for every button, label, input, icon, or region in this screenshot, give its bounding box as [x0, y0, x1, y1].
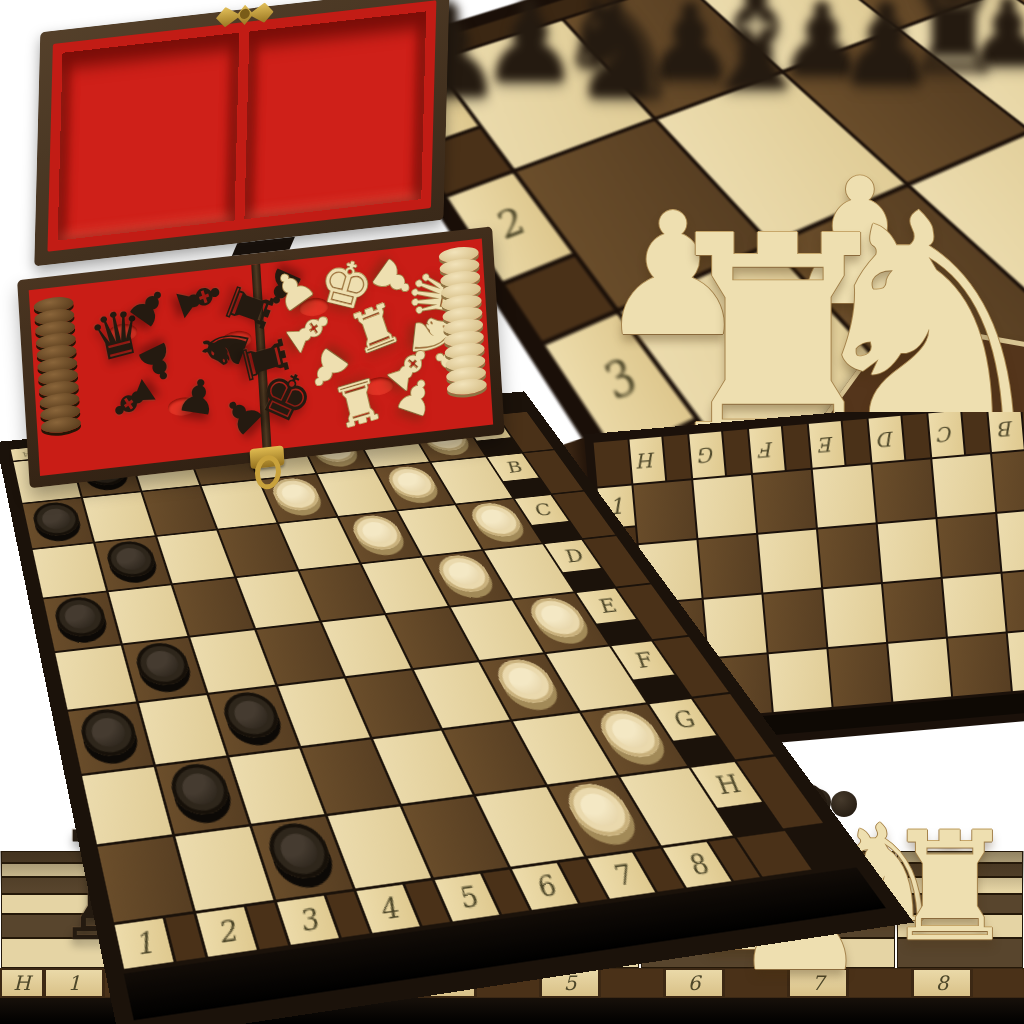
- letter-label: F: [759, 439, 775, 460]
- square: [763, 589, 826, 652]
- letter-label: G: [698, 444, 716, 465]
- square: [997, 509, 1024, 572]
- storage-box: ♛♟♝♜♟♞♟♜♝♟♚♟ ♟♚♟♛♝♜♞♟♝♟♜♟: [0, 0, 519, 492]
- square: [68, 704, 153, 774]
- letter-label: C: [938, 423, 955, 444]
- rank-label: H: [708, 771, 745, 797]
- file-label: 5: [452, 882, 482, 912]
- letter-label: E: [818, 434, 834, 455]
- black-checker: [166, 761, 235, 818]
- square: [818, 524, 881, 587]
- square: [23, 498, 93, 548]
- square: [883, 579, 946, 642]
- black-checker: [132, 641, 194, 688]
- black-checker: [103, 539, 159, 579]
- spacer: [723, 429, 751, 475]
- letter-label: D: [878, 429, 896, 450]
- square: [769, 649, 832, 712]
- letter-plaque: B: [988, 412, 1024, 452]
- square: [823, 584, 886, 647]
- corner: [594, 440, 632, 487]
- rank-label: E: [592, 596, 620, 616]
- square: [932, 454, 995, 517]
- box-lid: [34, 0, 449, 266]
- square: [83, 492, 155, 541]
- white-checker: [465, 501, 528, 538]
- product-collage: ♛♟♝♜♟♞♟♜♝♟♚♟ ♟♚♟♛♝♜♞♟♝♟♜♟ 12345678 ♟♟♞♟♝…: [0, 0, 1024, 1024]
- lid-felt-lining: [47, 0, 436, 252]
- file-label: 3: [294, 905, 321, 936]
- spacer: [902, 414, 930, 460]
- black-checker: [30, 501, 82, 538]
- light-checkers-stack: [434, 239, 493, 430]
- square: [1003, 568, 1024, 631]
- white-checker: [432, 553, 497, 594]
- letter-plaque: E: [809, 421, 845, 468]
- square: [948, 633, 1011, 696]
- file-label: 8: [681, 850, 714, 879]
- square: [758, 530, 821, 593]
- square: [828, 644, 891, 707]
- square: [943, 574, 1006, 637]
- letter-plaque: D: [869, 416, 905, 463]
- file-label: 2: [213, 916, 239, 947]
- square: [813, 465, 876, 528]
- square: [1008, 628, 1024, 691]
- square: [698, 535, 761, 598]
- square: [873, 459, 936, 522]
- lid-compartment-right: [244, 11, 426, 219]
- spacer: [843, 419, 871, 465]
- rank-label: D: [559, 547, 587, 565]
- piece-light-rook: ♜: [883, 812, 1017, 962]
- spacer: [783, 424, 811, 470]
- piece-dark-rook: ♜: [901, 0, 1007, 90]
- black-checker: [77, 707, 141, 759]
- black-checker: [218, 690, 285, 741]
- rank-label: C: [529, 501, 555, 518]
- file-label: 6: [529, 872, 560, 901]
- rank-label: G: [666, 708, 699, 732]
- file-label: 1: [131, 928, 156, 960]
- square: [633, 480, 696, 543]
- square: [43, 592, 120, 651]
- light-pieces-pile: ♟♚♟♛♝♜♞♟♝♟♜♟: [260, 244, 446, 450]
- box-tray: ♛♟♝♜♟♞♟♜♝♟♚♟ ♟♚♟♛♝♜♞♟♝♟♜♟: [17, 226, 505, 488]
- rank-label: F: [628, 650, 657, 671]
- letter-plaque: G: [689, 432, 725, 479]
- square: [992, 449, 1024, 512]
- square: [888, 639, 951, 702]
- lid-compartment-left: [58, 33, 240, 241]
- square: [878, 519, 941, 582]
- dark-pieces-pile: ♛♟♝♜♟♞♟♜♝♟♚♟: [76, 265, 262, 471]
- square: [693, 475, 756, 538]
- spacer: [663, 435, 691, 481]
- square: [55, 646, 136, 710]
- file-label: 4: [374, 893, 403, 923]
- square: [33, 544, 106, 598]
- letter-label: B: [998, 418, 1014, 439]
- spacer: [962, 412, 990, 454]
- panel-storage-box: ♛♟♝♜♟♞♟♜♝♟♚♟ ♟♚♟♛♝♜♞♟♝♟♜♟: [0, 0, 508, 480]
- letter-label: H: [638, 449, 657, 470]
- white-checker: [347, 514, 408, 552]
- letter-plaque: H: [629, 437, 665, 484]
- piece-dark-knight: ♞: [552, 0, 685, 120]
- white-checker: [490, 657, 563, 705]
- file-plaque: 2: [196, 907, 256, 957]
- file-label: 7: [605, 861, 637, 890]
- panel-checkers-board: ABCDEFGHABCDEFGH12345678: [0, 424, 560, 854]
- square: [938, 514, 1001, 577]
- square: [82, 767, 172, 844]
- square: [753, 470, 816, 533]
- letter-plaque: F: [749, 426, 785, 473]
- piece-dark-bishop: ♝: [693, 0, 819, 110]
- file-plaque: 1: [115, 918, 174, 969]
- tray-felt-lining: ♛♟♝♜♟♞♟♜♝♟♚♟ ♟♚♟♛♝♜♞♟♝♟♜♟: [29, 239, 493, 477]
- letter-plaque: C: [928, 412, 964, 457]
- black-checker: [262, 820, 337, 882]
- black-checker: [52, 595, 109, 639]
